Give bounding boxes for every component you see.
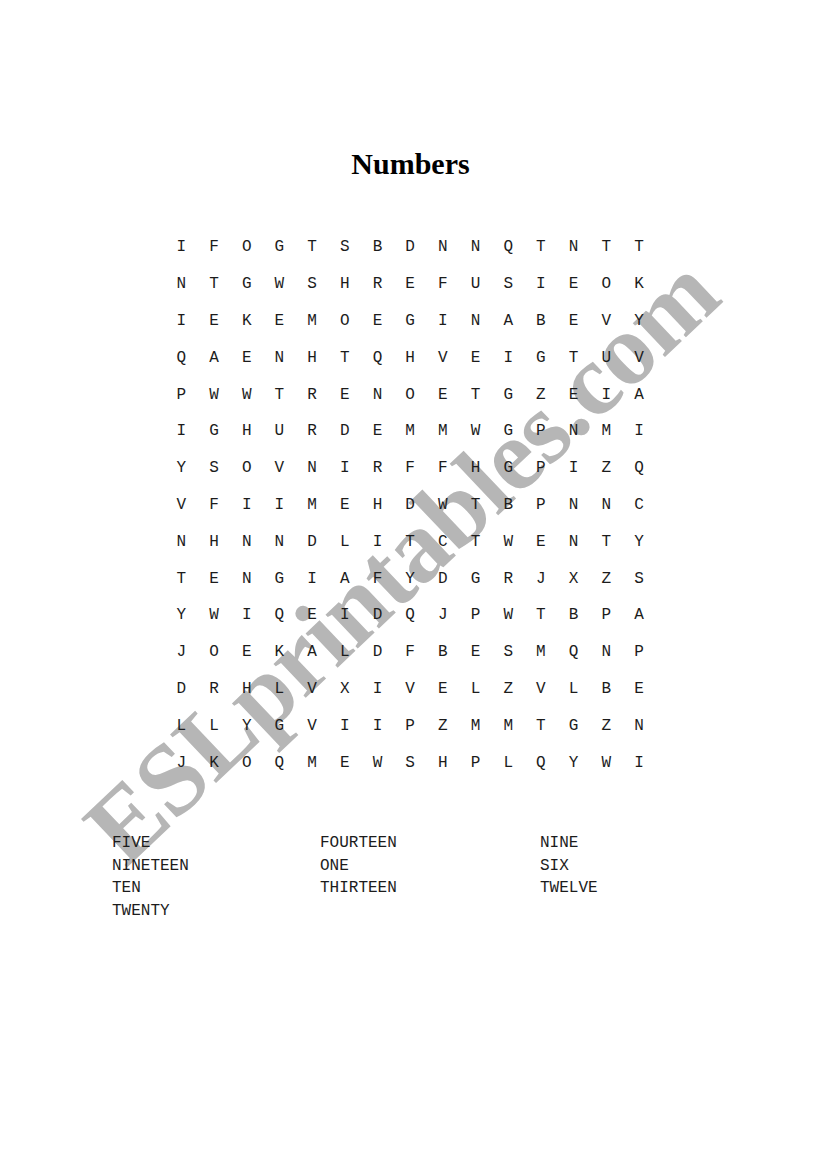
word-list-item: TWELVE [540,877,598,900]
word-list-item: ONE [320,855,397,878]
puzzle-title: Numbers [0,147,821,181]
word-list-item: TWENTY [112,900,189,923]
word-list-item: FOURTEEN [320,832,397,855]
word-list-item: NINETEEN [112,855,189,878]
word-list-item: FIVE [112,832,189,855]
worksheet-page: ESLprintables.com Numbers IFOGTSBDNNQTNT… [0,0,821,1169]
word-list-item: TEN [112,877,189,900]
word-list-column-3: NINESIXTWELVE [540,832,598,900]
word-list-item: THIRTEEN [320,877,397,900]
word-list-item: NINE [540,832,598,855]
word-list-item: SIX [540,855,598,878]
word-list-column-2: FOURTEENONETHIRTEEN [320,832,397,900]
word-list-column-1: FIVENINETEENTENTWENTY [112,832,189,922]
